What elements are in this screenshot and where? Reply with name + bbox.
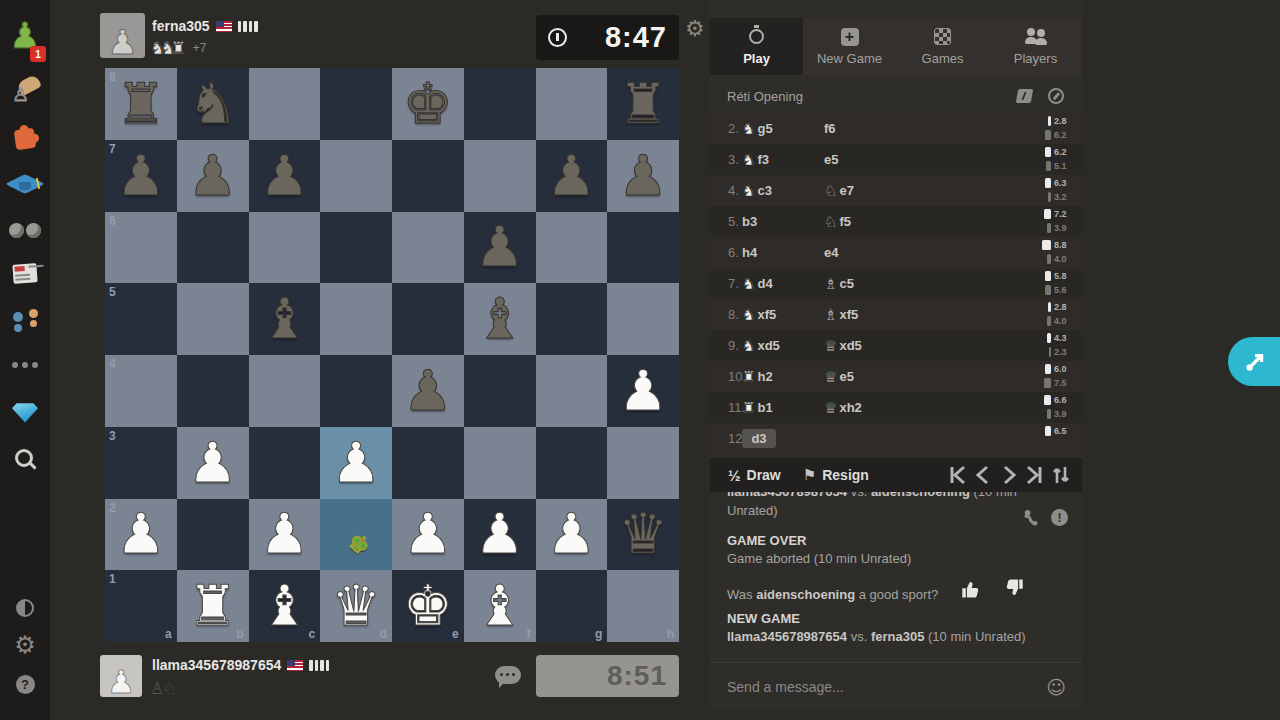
- sidebar-premium-icon[interactable]: [0, 395, 50, 429]
- connection-bars-icon: [238, 21, 258, 32]
- square-d3[interactable]: ♟: [320, 427, 392, 499]
- opening-book-icon[interactable]: [1016, 89, 1033, 103]
- opening-name: Réti Opening: [727, 89, 1017, 104]
- piece-wP-b3[interactable]: ♟: [177, 427, 249, 499]
- square-f2[interactable]: ♟: [464, 499, 536, 571]
- move-10-w[interactable]: ♜h2: [742, 368, 824, 386]
- tab-games[interactable]: Games: [896, 18, 989, 75]
- square-h6[interactable]: [607, 212, 679, 284]
- sidebar-puzzles-icon[interactable]: [0, 122, 50, 156]
- avatar-pawn-icon: ♟: [107, 668, 136, 697]
- game-over-title: GAME OVER: [727, 532, 1068, 549]
- time-bar: [1046, 161, 1051, 171]
- move-3-b[interactable]: e5: [824, 152, 906, 167]
- thumbs-down-icon[interactable]: [1002, 576, 1025, 599]
- tab-label: Play: [743, 51, 770, 66]
- move-number: 6.: [710, 245, 742, 260]
- plus-icon: +: [841, 28, 859, 46]
- people-icon: [10, 309, 40, 331]
- time-value: 5.6: [1054, 285, 1076, 295]
- square-d1[interactable]: d♛: [320, 570, 392, 642]
- piece-bN-b8[interactable]: ♞: [177, 68, 249, 140]
- piece-wK-e1[interactable]: ♚: [392, 570, 464, 642]
- square-e6[interactable]: [392, 212, 464, 284]
- time-value: 4.0: [1054, 254, 1076, 264]
- time-value: 6.5: [1054, 426, 1076, 436]
- share-arrow-icon: [1241, 349, 1267, 375]
- piece-bP-e4[interactable]: ♟: [392, 355, 464, 427]
- move-number: 7.: [710, 276, 742, 291]
- tab-label: New Game: [817, 51, 882, 66]
- move-row-5: 5.b3♘f57.23.9: [710, 206, 1082, 237]
- opening-row: Réti Opening: [710, 82, 1082, 110]
- sidebar-versus-icon[interactable]: ♙: [0, 72, 50, 108]
- move-times: 6.63.9: [1016, 393, 1076, 421]
- move-row-10: 10.♜h2♕e56.07.5: [710, 361, 1082, 392]
- game-over-text: Game aborted (10 min Unrated): [727, 550, 1068, 567]
- bottom-player-row: llama345678987654: [152, 657, 329, 673]
- move-2-b[interactable]: f6: [824, 121, 906, 136]
- rank-label: 6: [109, 214, 116, 228]
- move-5-w[interactable]: b3: [742, 214, 824, 229]
- square-f7[interactable]: [464, 140, 536, 212]
- figurine-bQ-icon: ♕: [824, 399, 837, 417]
- move-9-w[interactable]: ♞xd5: [742, 337, 824, 355]
- square-g3[interactable]: [536, 427, 608, 499]
- square-g1[interactable]: g: [536, 570, 608, 642]
- piece-bP-f6[interactable]: ♟: [464, 212, 536, 284]
- connection-bars-icon: [309, 660, 329, 671]
- time-value: 2.3: [1054, 347, 1076, 357]
- move-times: 5.85.6: [1016, 269, 1076, 297]
- tab-label: Players: [1014, 51, 1057, 66]
- time-value: 7.2: [1054, 209, 1076, 219]
- top-captured-pieces: ♞♞♜+7: [150, 37, 206, 59]
- piece-bP-g7[interactable]: ♟: [536, 140, 608, 212]
- move-times: 7.23.9: [1016, 207, 1076, 235]
- square-a7[interactable]: 7♟: [105, 140, 177, 212]
- figurine-bN-icon: ♘: [824, 182, 837, 200]
- sidebar-social-icon[interactable]: [0, 302, 50, 338]
- square-g7[interactable]: ♟: [536, 140, 608, 212]
- file-label: h: [667, 627, 674, 641]
- move-number: 12.: [710, 431, 742, 446]
- game-panel: Play+New GameGamesPlayers Réti Opening 2…: [710, 0, 1082, 710]
- time-value: 6.0: [1054, 364, 1076, 374]
- square-d5[interactable]: [320, 283, 392, 355]
- half-icon: ½: [728, 467, 741, 484]
- move-2-w[interactable]: ♞g5: [742, 120, 824, 138]
- square-e7[interactable]: [392, 140, 464, 212]
- move-times: 6.07.5: [1016, 362, 1076, 390]
- piece-wP-d3[interactable]: ♟: [320, 427, 392, 499]
- square-h3[interactable]: [607, 427, 679, 499]
- piece-bP-h7[interactable]: ♟: [607, 140, 679, 212]
- sidebar: ♟ 1 ♙ ⚙ ?: [0, 0, 50, 720]
- grid-icon: [934, 28, 951, 45]
- move-navigation: [946, 464, 1072, 486]
- time-value: 5.8: [1054, 271, 1076, 281]
- sidebar-more-icon[interactable]: [0, 355, 50, 375]
- brightness-icon: [16, 599, 34, 617]
- explorer-compass-icon[interactable]: [1048, 88, 1064, 104]
- figurine-wN-icon: ♞: [742, 337, 755, 355]
- figurine-bN-icon: ♘: [824, 213, 837, 231]
- flag-icon: ⚑: [803, 466, 816, 484]
- top-player-row: ferna305: [152, 18, 258, 34]
- square-b6[interactable]: [177, 212, 249, 284]
- move-11-w[interactable]: ♜b1: [742, 399, 824, 417]
- piece-bR-h8[interactable]: ♜: [607, 68, 679, 140]
- next-move-icon[interactable]: [998, 464, 1020, 486]
- tab-new-game[interactable]: +New Game: [803, 18, 896, 75]
- chat-input-row: ☺: [710, 662, 1082, 710]
- piece-wP-h4[interactable]: ♟: [607, 355, 679, 427]
- sidebar-news-icon[interactable]: [0, 256, 50, 290]
- square-c4[interactable]: [249, 355, 321, 427]
- new-game-line: llama345678987654 vs. ferna305 (10 min U…: [727, 628, 1068, 645]
- piece-wP-e2[interactable]: ♟: [392, 499, 464, 571]
- hand-pawn-icon: ♙: [10, 76, 40, 104]
- notification-badge: 1: [30, 46, 46, 62]
- move-row-12: 12.d36.5: [710, 423, 1082, 454]
- prev-move-icon[interactable]: [972, 464, 994, 486]
- move-6-b[interactable]: e4: [824, 245, 906, 260]
- move-5-b[interactable]: ♘f5: [824, 213, 906, 231]
- square-a8[interactable]: 8♜: [105, 68, 177, 140]
- chat-input[interactable]: [727, 679, 1046, 695]
- time-value: 3.2: [1054, 192, 1076, 202]
- move-4-b[interactable]: ♘e7: [824, 182, 906, 200]
- time-value: 6.2: [1054, 130, 1076, 140]
- move-row-9: 9.♞xd5♕xd54.32.3: [710, 330, 1082, 361]
- time-bar: [1044, 378, 1052, 388]
- sidebar-help[interactable]: ?: [0, 670, 50, 698]
- time-bar: [1045, 285, 1051, 295]
- time-bar: [1048, 116, 1051, 126]
- us-flag-icon: [287, 660, 303, 671]
- figurine-wN-icon: ♞: [742, 306, 755, 324]
- graduation-cap-icon: [8, 168, 42, 194]
- move-number: 10.: [710, 369, 742, 384]
- bottom-captured-pieces: ♙♘: [150, 678, 175, 698]
- first-move-icon[interactable]: [946, 464, 968, 486]
- chat-bubble-icon[interactable]: [495, 666, 521, 684]
- square-b7[interactable]: ♟: [177, 140, 249, 212]
- move-times: 2.84.0: [1016, 300, 1076, 328]
- square-c8[interactable]: [249, 68, 321, 140]
- figurine-wN-icon: ♞: [742, 120, 755, 138]
- gear-icon: ⚙: [14, 633, 36, 657]
- square-g4[interactable]: [536, 355, 608, 427]
- top-player-clock: 8:47: [536, 15, 679, 60]
- square-a2[interactable]: 2♟: [105, 499, 177, 571]
- figurine-bB-icon: ♗: [824, 306, 837, 324]
- move-number: 5.: [710, 214, 742, 229]
- bottom-player-avatar[interactable]: ♟: [100, 655, 142, 697]
- piece-wB-f1[interactable]: ♝: [464, 570, 536, 642]
- sidebar-theme-toggle[interactable]: [0, 594, 50, 622]
- square-a1[interactable]: 1a: [105, 570, 177, 642]
- time-value: 8.8: [1054, 240, 1076, 250]
- time-bar: [1045, 130, 1051, 140]
- square-b8[interactable]: ♞: [177, 68, 249, 140]
- square-h5[interactable]: [607, 283, 679, 355]
- move-row-2: 2.♞g5f62.86.2: [710, 113, 1082, 144]
- move-row-7: 7.♞d4♗c55.85.6: [710, 268, 1082, 299]
- square-d7[interactable]: [320, 140, 392, 212]
- rank-label: 1: [109, 572, 116, 586]
- piece-bK-e8[interactable]: ♚: [392, 68, 464, 140]
- tab-play[interactable]: Play: [710, 18, 803, 75]
- move-times: 8.84.0: [1016, 238, 1076, 266]
- time-bar: [1044, 209, 1051, 219]
- time-bar: [1045, 271, 1051, 281]
- time-bar: [1048, 302, 1051, 312]
- piece-wR-b1[interactable]: ♜: [177, 570, 249, 642]
- piece-bB-c5[interactable]: ♝: [249, 283, 321, 355]
- figurine-bQ-icon: ♕: [824, 368, 837, 386]
- move-times: 6.33.2: [1016, 176, 1076, 204]
- time-value: 3.9: [1054, 409, 1076, 419]
- square-b1[interactable]: b♜: [177, 570, 249, 642]
- move-row-8: 8.♞xf5♗xf52.84.0: [710, 299, 1082, 330]
- time-bar: [1047, 254, 1051, 264]
- top-player-avatar[interactable]: ♟: [100, 13, 145, 58]
- sidebar-play-pawn-icon[interactable]: ♟ 1: [0, 12, 50, 60]
- piece-wP-g2[interactable]: ♟: [536, 499, 608, 571]
- move-7-w[interactable]: ♞d4: [742, 275, 824, 293]
- figurine-bB-icon: ♗: [824, 275, 837, 293]
- move-9-b[interactable]: ♕xd5: [824, 337, 906, 355]
- move-times: 4.32.3: [1016, 331, 1076, 359]
- file-label: a: [165, 627, 172, 641]
- square-d8[interactable]: [320, 68, 392, 140]
- time-bar: [1045, 364, 1051, 374]
- move-6-w[interactable]: h4: [742, 245, 824, 260]
- bottom-clock-time: 8:51: [607, 660, 679, 692]
- time-bar: [1047, 316, 1051, 326]
- board-settings-gear-icon[interactable]: ⚙: [685, 16, 705, 41]
- move-number: 2.: [710, 121, 742, 136]
- piece-bB-f5[interactable]: ♝: [464, 283, 536, 355]
- rank-label: 3: [109, 429, 116, 443]
- move-number: 4.: [710, 183, 742, 198]
- square-c1[interactable]: c♝: [249, 570, 321, 642]
- tab-players[interactable]: Players: [989, 18, 1082, 75]
- square-c5[interactable]: ♝: [249, 283, 321, 355]
- chess-board[interactable]: 8♜♞♚♜7♟♟♟♟♟6♟5♝♝4♟♟3♟♟2♟♟♟♟♟♛1ab♜c♝d♛e♚f…: [105, 68, 679, 642]
- piece-bP-c7[interactable]: ♟: [249, 140, 321, 212]
- piece-wP-c2[interactable]: ♟: [249, 499, 321, 571]
- newspaper-icon: [12, 263, 37, 284]
- move-number: 3.: [710, 152, 742, 167]
- time-value: 7.5: [1054, 378, 1076, 388]
- move-3-w[interactable]: ♞f3: [742, 151, 824, 169]
- square-c2[interactable]: ♟: [249, 499, 321, 571]
- puzzle-piece-icon: [14, 128, 37, 151]
- square-e5[interactable]: [392, 283, 464, 355]
- time-bar: [1048, 192, 1051, 202]
- us-flag-icon: [216, 21, 232, 32]
- square-g6[interactable]: [536, 212, 608, 284]
- sidebar-search-icon[interactable]: [0, 443, 50, 475]
- move-list: 2.♞g5f62.86.23.♞f3e56.25.14.♞c3♘e76.33.2…: [710, 113, 1082, 454]
- piece-wQ-d1[interactable]: ♛: [320, 570, 392, 642]
- square-e8[interactable]: ♚: [392, 68, 464, 140]
- move-number: 9.: [710, 338, 742, 353]
- top-player-name[interactable]: ferna305: [152, 18, 210, 34]
- square-b2[interactable]: [177, 499, 249, 571]
- move-8-b[interactable]: ♗xf5: [824, 306, 906, 324]
- move-row-3: 3.♞f3e56.25.1: [710, 144, 1082, 175]
- time-bar: [1049, 347, 1052, 357]
- square-e1[interactable]: e♚: [392, 570, 464, 642]
- square-h8[interactable]: ♜: [607, 68, 679, 140]
- move-row-6: 6.h4e48.84.0: [710, 237, 1082, 268]
- time-value: 6.6: [1054, 395, 1076, 405]
- captured-N-icon: ♘: [162, 679, 176, 698]
- move-10-b[interactable]: ♕e5: [824, 368, 906, 386]
- captured-R-icon: ♜: [171, 38, 186, 58]
- square-h2[interactable]: ♛: [607, 499, 679, 571]
- time-bar: [1047, 409, 1051, 419]
- new-game-title: NEW GAME: [727, 610, 1068, 627]
- square-e3[interactable]: [392, 427, 464, 499]
- time-value: 6.3: [1054, 178, 1076, 188]
- square-g2[interactable]: ♟: [536, 499, 608, 571]
- time-value: 6.2: [1054, 147, 1076, 157]
- chat-message: llama345678987654 vs. aidenschoening (10…: [727, 492, 1068, 500]
- square-c3[interactable]: [249, 427, 321, 499]
- square-f5[interactable]: ♝: [464, 283, 536, 355]
- square-f3[interactable]: [464, 427, 536, 499]
- binoculars-icon: [9, 223, 41, 239]
- square-a6[interactable]: 6: [105, 212, 177, 284]
- rank-label: 5: [109, 285, 116, 299]
- bottom-player-name[interactable]: llama345678987654: [152, 657, 281, 673]
- move-times: 6.25.1: [1016, 145, 1076, 173]
- move-row-4: 4.♞c3♘e76.33.2: [710, 175, 1082, 206]
- resign-button[interactable]: ⚑ Resign: [803, 466, 869, 484]
- time-value: 5.1: [1054, 161, 1076, 171]
- search-icon: [13, 447, 37, 471]
- piece-wP-a2[interactable]: ♟: [105, 499, 177, 571]
- material-advantage: +7: [193, 41, 207, 55]
- move-11-b[interactable]: ♕xh2: [824, 399, 906, 417]
- square-c7[interactable]: ♟: [249, 140, 321, 212]
- piece-bQ-h2[interactable]: ♛: [607, 499, 679, 571]
- time-value: 4.0: [1054, 316, 1076, 326]
- panel-tabs: Play+New GameGamesPlayers: [710, 18, 1082, 75]
- square-h7[interactable]: ♟: [607, 140, 679, 212]
- square-g5[interactable]: [536, 283, 608, 355]
- time-value: 4.3: [1054, 333, 1076, 343]
- time-bar: [1044, 395, 1051, 405]
- time-bar: [1047, 223, 1051, 233]
- tab-label: Games: [922, 51, 964, 66]
- square-d4[interactable]: [320, 355, 392, 427]
- square-h4[interactable]: ♟: [607, 355, 679, 427]
- piece-bP-b7[interactable]: ♟: [177, 140, 249, 212]
- square-b5[interactable]: [177, 283, 249, 355]
- time-bar: [1045, 178, 1051, 188]
- square-a5[interactable]: 5: [105, 283, 177, 355]
- time-value: 2.8: [1054, 302, 1076, 312]
- sidebar-settings[interactable]: ⚙: [0, 630, 50, 660]
- square-f4[interactable]: [464, 355, 536, 427]
- report-icon[interactable]: !: [1051, 509, 1068, 526]
- figurine-wN-icon: ♞: [742, 182, 755, 200]
- move-row-11: 11.♜b1♕xh26.63.9: [710, 392, 1082, 423]
- rank-label: 4: [109, 357, 116, 371]
- time-value: 3.9: [1054, 223, 1076, 233]
- time-value: 2.8: [1054, 116, 1076, 126]
- square-f6[interactable]: ♟: [464, 212, 536, 284]
- move-number: 11.: [710, 400, 742, 415]
- time-bar: [1047, 333, 1051, 343]
- move-4-w[interactable]: ♞c3: [742, 182, 824, 200]
- move-12-w[interactable]: d3: [742, 429, 776, 448]
- piece-wB-c1[interactable]: ♝: [249, 570, 321, 642]
- square-a4[interactable]: 4: [105, 355, 177, 427]
- piece-bP-a7[interactable]: ♟: [105, 140, 177, 212]
- ellipsis-icon: [12, 362, 38, 368]
- share-button[interactable]: [1228, 337, 1280, 386]
- square-g8[interactable]: [536, 68, 608, 140]
- challenge-icon[interactable]: [1020, 508, 1039, 527]
- move-7-b[interactable]: ♗c5: [824, 275, 906, 293]
- people-icon: [1024, 28, 1048, 45]
- time-bar: [1045, 426, 1052, 436]
- time-bar: [1045, 147, 1051, 157]
- square-d6[interactable]: [320, 212, 392, 284]
- game-controls: ½ Draw ⚑ Resign: [710, 458, 1082, 492]
- piece-bR-a8[interactable]: ♜: [105, 68, 177, 140]
- square-c6[interactable]: [249, 212, 321, 284]
- piece-wP-f2[interactable]: ♟: [464, 499, 536, 571]
- square-a3[interactable]: 3: [105, 427, 177, 499]
- file-label: g: [595, 627, 602, 641]
- square-b3[interactable]: ♟: [177, 427, 249, 499]
- flip-board-icon[interactable]: [1050, 464, 1072, 486]
- square-e4[interactable]: ♟: [392, 355, 464, 427]
- thumbs-up-icon[interactable]: [960, 578, 983, 601]
- question-icon: ?: [16, 675, 35, 694]
- figurine-bQ-icon: ♕: [824, 337, 837, 355]
- last-move-icon[interactable]: [1024, 464, 1046, 486]
- avatar-pawn-icon: ♟: [107, 27, 137, 58]
- square-h1[interactable]: h: [607, 570, 679, 642]
- square-e2[interactable]: ♟: [392, 499, 464, 571]
- square-f8[interactable]: [464, 68, 536, 140]
- sidebar-learn-icon[interactable]: [0, 162, 50, 200]
- clock-icon: [749, 29, 764, 44]
- bottom-player-clock: 8:51: [536, 655, 679, 697]
- emoji-icon[interactable]: ☺: [1046, 676, 1066, 698]
- diamond-icon: [12, 402, 38, 423]
- time-bar: [1042, 240, 1051, 250]
- square-b4[interactable]: [177, 355, 249, 427]
- move-number: 8.: [710, 307, 742, 322]
- chat-area: llama345678987654 vs. aidenschoening (10…: [710, 492, 1082, 662]
- move-8-w[interactable]: ♞xf5: [742, 306, 824, 324]
- sidebar-watch-icon[interactable]: [0, 215, 50, 247]
- figurine-wN-icon: ♞: [742, 151, 755, 169]
- figurine-wN-icon: ♞: [742, 275, 755, 293]
- square-f1[interactable]: f♝: [464, 570, 536, 642]
- draw-button[interactable]: ½ Draw: [728, 467, 781, 484]
